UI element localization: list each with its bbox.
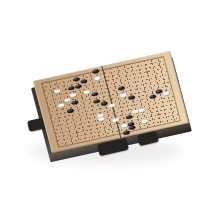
white-stone bbox=[69, 93, 77, 98]
white-stone bbox=[54, 88, 62, 93]
black-stone bbox=[126, 114, 134, 119]
black-stone bbox=[66, 108, 74, 113]
black-stone bbox=[92, 69, 100, 74]
white-stone bbox=[94, 76, 102, 81]
black-stone bbox=[149, 94, 157, 99]
black-stone bbox=[72, 77, 80, 82]
white-stone bbox=[108, 103, 116, 108]
black-stone bbox=[155, 89, 163, 94]
black-stone bbox=[71, 100, 79, 105]
black-stone bbox=[80, 79, 88, 84]
black-stone bbox=[100, 101, 108, 106]
white-stone bbox=[163, 91, 171, 96]
white-stone bbox=[83, 90, 91, 95]
black-stone bbox=[74, 84, 82, 89]
go-board bbox=[33, 51, 189, 153]
black-stone bbox=[118, 86, 126, 91]
white-stone bbox=[141, 119, 149, 124]
white-stone bbox=[112, 117, 120, 122]
white-stone bbox=[138, 108, 146, 113]
stones-layer bbox=[33, 51, 189, 153]
white-stone bbox=[58, 103, 66, 108]
product-photo bbox=[0, 0, 200, 200]
black-stone bbox=[128, 95, 136, 100]
white-stone bbox=[97, 117, 105, 122]
black-stone bbox=[123, 130, 131, 135]
black-stone bbox=[91, 92, 99, 97]
white-stone bbox=[120, 93, 128, 98]
white-stone bbox=[64, 98, 72, 103]
black-stone bbox=[93, 99, 101, 104]
black-stone bbox=[128, 125, 136, 130]
